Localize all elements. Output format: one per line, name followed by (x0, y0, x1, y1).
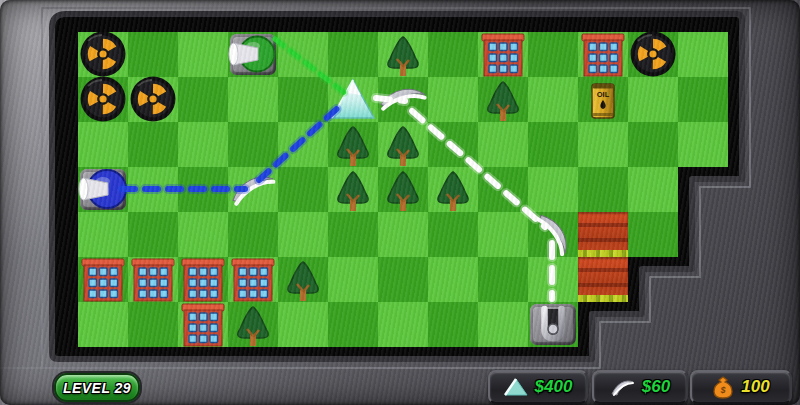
money-display: $ 100 (690, 370, 792, 404)
board-cell[interactable] (328, 32, 378, 77)
board-cell[interactable] (478, 257, 528, 302)
board-cell[interactable] (578, 122, 628, 167)
building-piece (578, 32, 628, 77)
board-cell[interactable] (278, 302, 328, 347)
money-value: 100 (741, 377, 769, 397)
board-cell[interactable] (578, 167, 628, 212)
mirror-icon (610, 377, 635, 397)
board-cell[interactable] (378, 302, 428, 347)
board-cell[interactable] (328, 302, 378, 347)
board-cell[interactable] (228, 122, 278, 167)
prism-price: $400 (535, 377, 573, 397)
game-screen: OIL LEVEL 29 $400 $60 $ 100 (0, 0, 800, 405)
board-cell[interactable] (378, 257, 428, 302)
prism-piece[interactable] (328, 77, 378, 122)
buy-mirror-button[interactable]: $60 (592, 370, 688, 404)
board-cell[interactable] (128, 302, 178, 347)
board-cell[interactable] (178, 122, 228, 167)
board-cell[interactable] (228, 212, 278, 257)
board-cell[interactable] (128, 212, 178, 257)
board-cell[interactable] (128, 122, 178, 167)
board-cell[interactable] (528, 77, 578, 122)
board-cell[interactable] (428, 212, 478, 257)
tree-piece (328, 167, 378, 212)
board-cell[interactable] (478, 167, 528, 212)
board-cell[interactable] (78, 212, 128, 257)
board-cell[interactable] (428, 32, 478, 77)
building-piece (178, 302, 228, 347)
board-cell[interactable] (678, 77, 728, 122)
prism-icon (504, 377, 528, 397)
board-cell[interactable] (278, 122, 328, 167)
building-piece (178, 257, 228, 302)
board-cell[interactable] (678, 122, 728, 167)
radioactive-piece (628, 32, 678, 77)
board-cell[interactable] (628, 167, 678, 212)
board-cell[interactable] (428, 77, 478, 122)
brick-piece (578, 257, 628, 302)
tree-piece (428, 167, 478, 212)
board-cell[interactable] (128, 32, 178, 77)
radioactive-piece (78, 32, 128, 77)
radioactive-piece (128, 77, 178, 122)
mirror-h-piece[interactable] (228, 167, 278, 212)
board-cell[interactable] (528, 122, 578, 167)
brick-piece (578, 212, 628, 257)
tree-piece (278, 257, 328, 302)
board-cell[interactable] (78, 302, 128, 347)
board-cell[interactable] (628, 212, 678, 257)
emitter-blue-piece[interactable] (78, 167, 128, 212)
board-cell[interactable] (428, 302, 478, 347)
building-piece (228, 257, 278, 302)
building-piece (478, 32, 528, 77)
board-cell[interactable] (178, 212, 228, 257)
oil-piece: OIL (578, 77, 628, 122)
level-badge: LEVEL 29 (54, 373, 140, 402)
tree-piece (378, 167, 428, 212)
board-cell[interactable] (478, 122, 528, 167)
tree-piece (328, 122, 378, 167)
tree-piece (228, 302, 278, 347)
emitter-green-piece[interactable] (228, 32, 278, 77)
board-cell[interactable] (278, 77, 328, 122)
svg-text:$: $ (720, 385, 727, 395)
board-cell[interactable] (178, 167, 228, 212)
board-cell[interactable] (478, 212, 528, 257)
tree-piece (378, 122, 428, 167)
board-cell[interactable] (428, 122, 478, 167)
radioactive-piece (78, 77, 128, 122)
mirror-v-piece[interactable] (528, 212, 578, 257)
board-cell[interactable] (178, 77, 228, 122)
mirror-h2-piece[interactable] (378, 77, 428, 122)
board-cell[interactable] (328, 257, 378, 302)
tree-piece (378, 32, 428, 77)
money-bag-icon: $ (712, 376, 734, 399)
board-cell[interactable] (228, 77, 278, 122)
board-cell[interactable] (628, 77, 678, 122)
board-cell[interactable] (428, 257, 478, 302)
board-cell[interactable] (528, 257, 578, 302)
svg-text:OIL: OIL (597, 90, 610, 99)
buy-prism-button[interactable]: $400 (488, 370, 588, 404)
board-cell[interactable] (78, 122, 128, 167)
board-cell[interactable] (328, 212, 378, 257)
receiver-piece[interactable] (528, 302, 578, 347)
board-cell[interactable] (278, 32, 328, 77)
board-cell[interactable] (528, 32, 578, 77)
board-cell[interactable] (278, 167, 328, 212)
building-piece (128, 257, 178, 302)
building-piece (78, 257, 128, 302)
tree-piece (478, 77, 528, 122)
board-cell[interactable] (628, 122, 678, 167)
board-cell[interactable] (478, 302, 528, 347)
board-cell[interactable] (378, 212, 428, 257)
board-cell[interactable] (678, 32, 728, 77)
mirror-price: $60 (642, 377, 670, 397)
board-cell[interactable] (278, 212, 328, 257)
level-label: LEVEL (63, 380, 111, 396)
board-cell[interactable] (128, 167, 178, 212)
board-cell[interactable] (178, 32, 228, 77)
level-value: 29 (115, 380, 132, 396)
